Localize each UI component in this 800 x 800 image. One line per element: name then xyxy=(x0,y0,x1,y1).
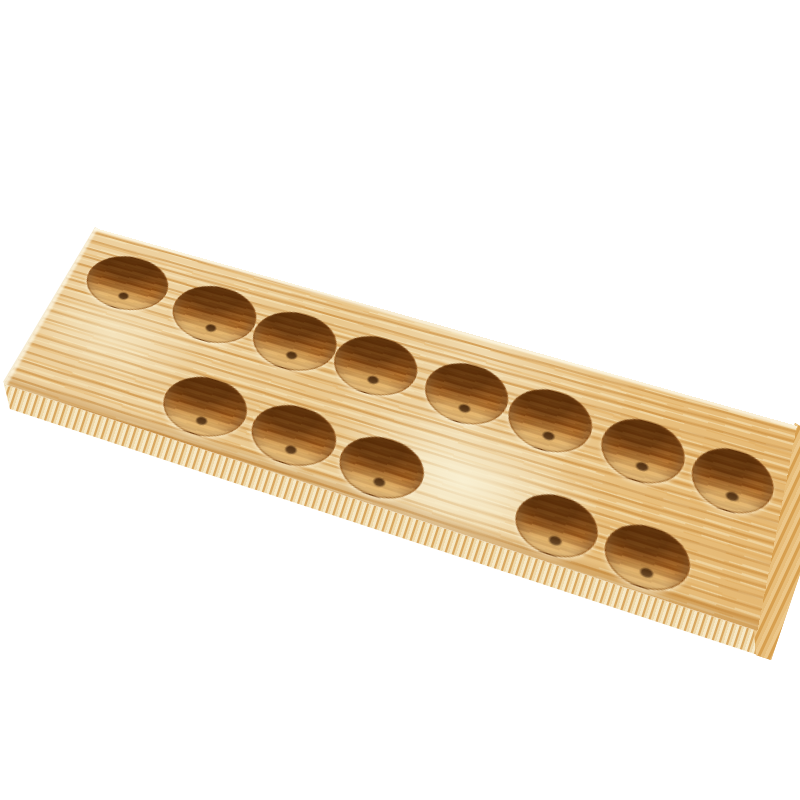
pit-t1[interactable] xyxy=(75,248,179,320)
pit-b2[interactable] xyxy=(241,395,346,476)
product-photo xyxy=(0,0,800,800)
pit-t5[interactable] xyxy=(416,354,517,434)
pit-t6[interactable] xyxy=(500,380,600,463)
pit-t7[interactable] xyxy=(594,410,692,494)
pit-t2[interactable] xyxy=(161,277,266,352)
pit-t3[interactable] xyxy=(242,303,346,380)
pit-t4[interactable] xyxy=(324,327,426,405)
pit-t8[interactable] xyxy=(685,439,779,523)
pit-b1[interactable] xyxy=(152,367,258,446)
